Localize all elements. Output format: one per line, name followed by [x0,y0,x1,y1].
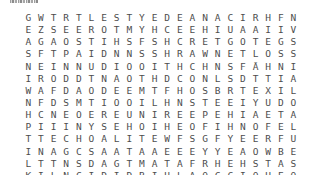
grid-cell[interactable]: S [110,12,123,24]
grid-cell[interactable]: S [47,24,60,36]
grid-cell[interactable]: E [174,121,187,133]
grid-cell[interactable]: H [262,12,275,24]
grid-cell[interactable]: D [161,73,174,85]
grid-cell[interactable]: A [211,12,224,24]
grid-cell[interactable]: A [110,146,123,158]
grid-cell[interactable]: C [73,146,86,158]
grid-cell[interactable]: E [249,85,262,97]
grid-cell[interactable]: T [199,97,212,109]
grid-cell[interactable]: O [287,170,300,175]
grid-cell[interactable]: I [262,24,275,36]
grid-cell[interactable]: T [22,133,35,145]
grid-cell[interactable]: Y [249,97,262,109]
grid-cell[interactable]: E [224,48,237,60]
grid-cell[interactable]: E [110,109,123,121]
grid-cell[interactable]: W [262,146,275,158]
grid-cell[interactable]: E [174,12,187,24]
grid-cell[interactable]: I [211,24,224,36]
grid-cell[interactable]: E [174,146,187,158]
grid-cell[interactable]: O [186,73,199,85]
grid-cell[interactable]: W [161,133,174,145]
grid-cell[interactable]: C [73,170,86,175]
grid-cell[interactable]: Y [85,121,98,133]
grid-cell[interactable]: H [262,61,275,73]
grid-cell[interactable]: A [186,48,199,60]
grid-cell[interactable]: S [60,97,73,109]
grid-cell[interactable]: C [211,170,224,175]
grid-cell[interactable]: A [98,133,111,145]
grid-cell[interactable]: H [161,121,174,133]
grid-cell[interactable]: I [148,121,161,133]
grid-cell[interactable]: B [275,146,288,158]
grid-cell[interactable]: S [85,146,98,158]
grid-cell[interactable]: Y [224,133,237,145]
grid-cell[interactable]: C [60,133,73,145]
grid-cell[interactable]: S [73,36,86,48]
grid-cell[interactable]: T [262,158,275,170]
grid-cell[interactable]: A [35,85,48,97]
grid-cell[interactable]: H [237,158,250,170]
grid-cell[interactable]: O [110,97,123,109]
grid-cell[interactable]: E [275,170,288,175]
grid-cell[interactable]: I [237,12,250,24]
grid-cell[interactable]: N [136,109,149,121]
grid-cell[interactable]: E [148,12,161,24]
grid-cell[interactable]: A [186,170,199,175]
grid-cell[interactable]: I [136,97,149,109]
grid-cell[interactable]: E [148,133,161,145]
grid-cell[interactable]: E [262,109,275,121]
grid-cell[interactable]: I [85,48,98,60]
grid-cell[interactable]: I [98,36,111,48]
grid-cell[interactable]: U [262,97,275,109]
grid-cell[interactable]: C [224,12,237,24]
grid-cell[interactable]: O [98,24,111,36]
grid-cell[interactable]: L [287,85,300,97]
grid-cell[interactable]: E [262,36,275,48]
grid-cell[interactable]: E [85,109,98,121]
grid-cell[interactable]: N [237,121,250,133]
grid-cell[interactable]: C [174,73,187,85]
grid-cell[interactable]: D [60,85,73,97]
grid-cell[interactable]: T [73,12,86,24]
grid-cell[interactable]: E [35,61,48,73]
grid-cell[interactable]: P [199,109,212,121]
grid-cell[interactable]: I [47,61,60,73]
grid-cell[interactable]: N [98,73,111,85]
grid-cell[interactable]: E [110,121,123,133]
grid-cell[interactable]: H [199,24,212,36]
grid-cell[interactable]: I [47,121,60,133]
grid-cell[interactable]: T [85,36,98,48]
grid-cell[interactable]: T [47,12,60,24]
grid-cell[interactable]: Y [211,146,224,158]
grid-cell[interactable]: S [136,48,149,60]
grid-cell[interactable]: O [199,170,212,175]
grid-cell[interactable]: T [123,12,136,24]
grid-cell[interactable]: E [211,109,224,121]
grid-cell[interactable]: P [22,121,35,133]
grid-cell[interactable]: T [161,61,174,73]
grid-cell[interactable]: U [224,24,237,36]
grid-cell[interactable]: A [275,158,288,170]
grid-cell[interactable]: E [161,146,174,158]
grid-cell[interactable]: G [22,12,35,24]
grid-cell[interactable]: O [60,36,73,48]
grid-cell[interactable]: H [161,97,174,109]
grid-cell[interactable]: L [211,73,224,85]
grid-cell[interactable]: D [98,170,111,175]
grid-cell[interactable]: T [237,48,250,60]
grid-cell[interactable]: H [148,73,161,85]
grid-cell[interactable]: D [98,61,111,73]
grid-cell[interactable]: L [47,170,60,175]
grid-cell[interactable]: O [123,97,136,109]
grid-cell[interactable]: E [98,12,111,24]
grid-cell[interactable]: A [186,12,199,24]
grid-cell[interactable]: I [85,170,98,175]
grid-cell[interactable]: N [73,61,86,73]
grid-cell[interactable]: G [275,36,288,48]
grid-cell[interactable]: I [237,97,250,109]
grid-cell[interactable]: H [161,36,174,48]
grid-cell[interactable]: S [224,73,237,85]
grid-cell[interactable]: B [136,170,149,175]
grid-cell[interactable]: T [123,158,136,170]
grid-cell[interactable]: F [174,133,187,145]
grid-cell[interactable]: M [73,97,86,109]
grid-cell[interactable]: O [123,61,136,73]
grid-cell[interactable]: A [98,158,111,170]
grid-cell[interactable]: L [249,48,262,60]
grid-cell[interactable]: N [47,109,60,121]
grid-cell[interactable]: S [148,36,161,48]
grid-cell[interactable]: S [22,48,35,60]
grid-cell[interactable]: E [60,109,73,121]
grid-cell[interactable]: E [224,158,237,170]
grid-cell[interactable]: F [237,61,250,73]
grid-cell[interactable]: H [22,109,35,121]
grid-cell[interactable]: N [211,61,224,73]
grid-cell[interactable]: L [148,97,161,109]
grid-cell[interactable]: A [98,146,111,158]
grid-cell[interactable]: L [85,12,98,24]
grid-cell[interactable]: W [22,85,35,97]
grid-cell[interactable]: H [262,170,275,175]
grid-cell[interactable]: I [275,85,288,97]
grid-cell[interactable]: H [199,61,212,73]
grid-cell[interactable]: M [123,24,136,36]
grid-cell[interactable]: B [211,85,224,97]
grid-cell[interactable]: A [237,146,250,158]
grid-cell[interactable]: E [224,97,237,109]
grid-cell[interactable]: I [275,73,288,85]
grid-cell[interactable]: I [237,170,250,175]
grid-cell[interactable]: P [60,48,73,60]
grid-cell[interactable]: S [98,121,111,133]
grid-cell[interactable]: O [85,85,98,97]
grid-cell[interactable]: O [123,73,136,85]
grid-cell[interactable]: F [199,121,212,133]
grid-cell[interactable]: O [136,121,149,133]
grid-cell[interactable]: N [110,48,123,60]
grid-cell[interactable]: O [249,121,262,133]
grid-cell[interactable]: I [237,109,250,121]
grid-cell[interactable]: I [287,61,300,73]
grid-cell[interactable]: W [199,48,212,60]
grid-cell[interactable]: T [35,158,48,170]
grid-cell[interactable]: L [174,170,187,175]
grid-cell[interactable]: O [47,73,60,85]
grid-cell[interactable]: H [224,121,237,133]
grid-cell[interactable]: S [287,158,300,170]
grid-cell[interactable]: F [35,48,48,60]
grid-cell[interactable]: S [287,48,300,60]
grid-cell[interactable]: U [123,109,136,121]
grid-cell[interactable]: S [186,133,199,145]
grid-cell[interactable]: G [224,36,237,48]
grid-cell[interactable]: D [47,97,60,109]
grid-cell[interactable]: N [60,61,73,73]
grid-cell[interactable]: U [85,61,98,73]
grid-cell[interactable]: T [85,73,98,85]
grid-cell[interactable]: A [249,24,262,36]
grid-cell[interactable]: N [22,97,35,109]
grid-cell[interactable]: D [161,12,174,24]
grid-cell[interactable]: I [35,121,48,133]
grid-cell[interactable]: A [110,73,123,85]
grid-cell[interactable]: H [161,48,174,60]
grid-cell[interactable]: T [161,158,174,170]
grid-cell[interactable]: S [123,36,136,48]
grid-cell[interactable]: T [35,133,48,145]
grid-cell[interactable]: F [186,158,199,170]
grid-cell[interactable]: R [35,73,48,85]
grid-cell[interactable]: C [224,170,237,175]
grid-cell[interactable]: S [199,85,212,97]
grid-cell[interactable]: I [148,61,161,73]
grid-cell[interactable]: H [123,121,136,133]
grid-cell[interactable]: C [35,109,48,121]
grid-cell[interactable]: F [262,121,275,133]
grid-cell[interactable]: N [35,146,48,158]
grid-cell[interactable]: R [224,85,237,97]
grid-cell[interactable]: I [22,73,35,85]
grid-cell[interactable]: I [148,170,161,175]
grid-cell[interactable]: E [237,133,250,145]
grid-cell[interactable]: E [275,121,288,133]
grid-cell[interactable]: H [174,61,187,73]
grid-cell[interactable]: E [73,24,86,36]
grid-cell[interactable]: N [199,12,212,24]
grid-cell[interactable]: D [123,170,136,175]
grid-cell[interactable]: G [110,158,123,170]
grid-cell[interactable]: M [136,158,149,170]
grid-cell[interactable]: N [22,61,35,73]
grid-cell[interactable]: N [287,12,300,24]
grid-cell[interactable]: G [60,146,73,158]
grid-cell[interactable]: R [262,133,275,145]
grid-cell[interactable]: F [275,12,288,24]
grid-cell[interactable]: H [211,158,224,170]
grid-cell[interactable]: T [136,73,149,85]
grid-cell[interactable]: T [249,36,262,48]
grid-cell[interactable]: C [186,61,199,73]
grid-cell[interactable]: A [22,36,35,48]
grid-cell[interactable]: E [287,146,300,158]
grid-cell[interactable]: A [136,146,149,158]
grid-cell[interactable]: D [60,73,73,85]
grid-cell[interactable]: E [22,24,35,36]
grid-cell[interactable]: F [47,85,60,97]
grid-cell[interactable]: F [275,133,288,145]
grid-cell[interactable]: I [148,109,161,121]
grid-cell[interactable]: H [148,24,161,36]
grid-cell[interactable]: N [211,48,224,60]
grid-cell[interactable]: D [275,97,288,109]
grid-cell[interactable]: X [262,85,275,97]
grid-cell[interactable]: E [123,85,136,97]
grid-cell[interactable]: I [110,170,123,175]
grid-cell[interactable]: S [287,36,300,48]
grid-cell[interactable]: Y [199,146,212,158]
grid-cell[interactable]: A [47,146,60,158]
grid-cell[interactable]: K [22,170,35,175]
grid-cell[interactable]: Z [35,24,48,36]
grid-cell[interactable]: S [73,158,86,170]
grid-cell[interactable]: E [174,109,187,121]
grid-cell[interactable]: O [136,61,149,73]
grid-cell[interactable]: E [47,133,60,145]
grid-cell[interactable]: A [148,146,161,158]
grid-cell[interactable]: E [211,97,224,109]
grid-cell[interactable]: G [199,133,212,145]
grid-cell[interactable]: C [174,36,187,48]
grid-cell[interactable]: E [186,24,199,36]
grid-cell[interactable]: L [22,158,35,170]
grid-cell[interactable]: N [60,158,73,170]
grid-cell[interactable]: T [47,158,60,170]
grid-cell[interactable]: N [60,170,73,175]
grid-cell[interactable]: O [237,36,250,48]
grid-cell[interactable]: I [22,146,35,158]
grid-cell[interactable]: H [110,36,123,48]
grid-cell[interactable]: A [237,24,250,36]
grid-cell[interactable]: E [199,36,212,48]
grid-cell[interactable]: T [148,85,161,97]
grid-cell[interactable]: M [136,85,149,97]
grid-cell[interactable]: U [161,170,174,175]
grid-cell[interactable]: O [73,109,86,121]
grid-cell[interactable]: O [186,85,199,97]
grid-cell[interactable]: F [161,85,174,97]
grid-cell[interactable]: F [136,36,149,48]
grid-cell[interactable]: A [148,158,161,170]
grid-cell[interactable]: A [174,158,187,170]
grid-cell[interactable]: I [110,61,123,73]
grid-cell[interactable]: F [211,133,224,145]
grid-cell[interactable]: T [249,73,262,85]
grid-cell[interactable]: H [73,133,86,145]
grid-cell[interactable]: D [237,73,250,85]
grid-cell[interactable]: N [174,97,187,109]
grid-cell[interactable]: I [98,97,111,109]
grid-cell[interactable]: T [275,109,288,121]
grid-cell[interactable]: I [35,170,48,175]
grid-cell[interactable]: O [287,97,300,109]
grid-cell[interactable]: S [275,48,288,60]
grid-cell[interactable]: A [73,85,86,97]
grid-cell[interactable]: S [249,158,262,170]
grid-cell[interactable]: O [262,48,275,60]
grid-cell[interactable]: D [85,158,98,170]
grid-cell[interactable]: I [123,133,136,145]
grid-cell[interactable]: E [224,146,237,158]
grid-cell[interactable]: E [60,24,73,36]
grid-cell[interactable]: N [123,48,136,60]
grid-cell[interactable]: H [174,85,187,97]
grid-cell[interactable]: N [199,73,212,85]
grid-cell[interactable]: T [237,85,250,97]
grid-cell[interactable]: E [110,85,123,97]
grid-cell[interactable]: E [174,24,187,36]
grid-cell[interactable]: H [224,109,237,121]
grid-cell[interactable]: R [60,12,73,24]
grid-cell[interactable]: R [98,109,111,121]
grid-cell[interactable]: D [98,48,111,60]
grid-cell[interactable]: Y [136,12,149,24]
grid-cell[interactable]: S [186,97,199,109]
grid-cell[interactable]: R [249,12,262,24]
grid-cell[interactable]: V [287,24,300,36]
grid-cell[interactable]: L [110,133,123,145]
grid-cell[interactable]: Y [136,24,149,36]
grid-cell[interactable]: A [287,109,300,121]
grid-cell[interactable]: T [123,146,136,158]
grid-cell[interactable]: O [85,133,98,145]
grid-cell[interactable]: R [174,48,187,60]
grid-cell[interactable]: T [211,36,224,48]
grid-cell[interactable]: U [287,133,300,145]
grid-cell[interactable]: D [98,85,111,97]
grid-cell[interactable]: T [262,73,275,85]
grid-cell[interactable]: W [35,12,48,24]
grid-cell[interactable]: T [47,48,60,60]
grid-cell[interactable]: I [275,24,288,36]
grid-cell[interactable]: A [47,36,60,48]
grid-cell[interactable]: R [85,24,98,36]
grid-cell[interactable]: O [249,146,262,158]
grid-cell[interactable]: I [211,121,224,133]
grid-cell[interactable]: D [73,73,86,85]
grid-cell[interactable]: O [249,170,262,175]
grid-cell[interactable]: A [73,48,86,60]
grid-cell[interactable]: R [186,36,199,48]
grid-cell[interactable]: T [85,97,98,109]
grid-cell[interactable]: I [60,121,73,133]
grid-cell[interactable]: T [136,133,149,145]
grid-cell[interactable]: Ā [249,61,262,73]
grid-cell[interactable]: N [73,121,86,133]
grid-cell[interactable]: R [161,109,174,121]
grid-cell[interactable]: O [186,121,199,133]
grid-cell[interactable]: A [287,73,300,85]
grid-cell[interactable]: F [35,97,48,109]
grid-cell[interactable]: N [275,61,288,73]
grid-cell[interactable]: R [199,158,212,170]
grid-cell[interactable]: T [110,24,123,36]
grid-cell[interactable]: S [148,48,161,60]
